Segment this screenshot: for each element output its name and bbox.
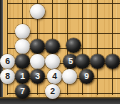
stone-white-move-2[interactable]: 2 xyxy=(45,84,60,99)
move-number: 1 xyxy=(20,69,25,84)
stone-black-move-9[interactable]: 9 xyxy=(79,69,94,84)
stone-white[interactable] xyxy=(30,4,45,19)
stone-white[interactable] xyxy=(45,54,60,69)
move-number: 8 xyxy=(5,69,10,84)
stone-black[interactable] xyxy=(105,54,120,69)
stone-black[interactable] xyxy=(30,39,45,54)
stone-black[interactable] xyxy=(45,39,60,54)
move-number: 3 xyxy=(35,69,40,84)
stone-white[interactable] xyxy=(30,54,45,69)
stone-white-move-6[interactable]: 6 xyxy=(0,54,15,69)
move-number: 4 xyxy=(52,69,57,84)
stone-white[interactable] xyxy=(62,69,77,84)
stone-black[interactable] xyxy=(90,54,105,69)
go-board[interactable]: 658134972 xyxy=(0,0,120,104)
stone-black-move-7[interactable]: 7 xyxy=(15,84,30,99)
stone-black[interactable] xyxy=(15,54,30,69)
move-number: 2 xyxy=(50,84,55,99)
move-number: 5 xyxy=(68,54,73,69)
move-number: 6 xyxy=(5,54,10,69)
board-left-edge xyxy=(0,0,3,104)
stone-black-move-3[interactable]: 3 xyxy=(30,69,45,84)
stone-white[interactable] xyxy=(15,39,30,54)
stone-white-move-8[interactable]: 8 xyxy=(0,69,15,84)
stone-black-move-1[interactable]: 1 xyxy=(15,69,30,84)
stone-black[interactable] xyxy=(66,38,81,53)
move-number: 9 xyxy=(84,69,89,84)
stone-white-move-4[interactable]: 4 xyxy=(47,69,62,84)
stone-white[interactable] xyxy=(15,24,30,39)
stone-black[interactable] xyxy=(75,54,90,69)
move-number: 7 xyxy=(20,84,25,99)
